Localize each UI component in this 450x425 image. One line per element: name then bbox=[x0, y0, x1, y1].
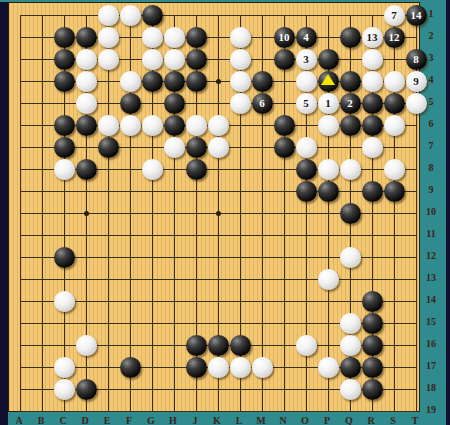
stone-white bbox=[164, 27, 185, 48]
column-label-N: N bbox=[273, 416, 293, 425]
right-frame-edge bbox=[446, 0, 450, 425]
column-label-S: S bbox=[383, 416, 403, 425]
stone-white bbox=[296, 71, 317, 92]
stone-black bbox=[362, 313, 383, 334]
stone-black bbox=[274, 137, 295, 158]
stone-black bbox=[142, 71, 163, 92]
triangle-marker bbox=[321, 74, 335, 85]
stone-black bbox=[296, 159, 317, 180]
stone-white bbox=[186, 115, 207, 136]
stone-white bbox=[362, 49, 383, 70]
stone-black bbox=[54, 247, 75, 268]
stone-white bbox=[98, 49, 119, 70]
stone-white bbox=[318, 159, 339, 180]
star-point bbox=[216, 211, 221, 216]
stone-white bbox=[406, 93, 427, 114]
stone-black bbox=[54, 115, 75, 136]
stone-white bbox=[76, 71, 97, 92]
stone-black bbox=[54, 27, 75, 48]
stone-black-move-4: 4 bbox=[296, 27, 317, 48]
stone-black bbox=[340, 115, 361, 136]
stone-white bbox=[54, 291, 75, 312]
stone-black bbox=[164, 71, 185, 92]
column-label-C: C bbox=[53, 416, 73, 425]
stone-black bbox=[230, 335, 251, 356]
stone-white bbox=[318, 269, 339, 290]
stone-white bbox=[120, 5, 141, 26]
stone-white bbox=[54, 357, 75, 378]
stone-white-move-3: 3 bbox=[296, 49, 317, 70]
stone-black bbox=[274, 49, 295, 70]
stone-white bbox=[340, 379, 361, 400]
stone-black-move-10: 10 bbox=[274, 27, 295, 48]
stone-white bbox=[54, 159, 75, 180]
stone-black bbox=[384, 93, 405, 114]
stone-black bbox=[362, 379, 383, 400]
stone-white bbox=[384, 159, 405, 180]
stone-black bbox=[318, 49, 339, 70]
star-point bbox=[216, 79, 221, 84]
stone-black bbox=[340, 203, 361, 224]
stone-black bbox=[384, 181, 405, 202]
stone-white-move-5: 5 bbox=[296, 93, 317, 114]
stone-black bbox=[340, 357, 361, 378]
stone-black bbox=[340, 27, 361, 48]
stone-white bbox=[164, 137, 185, 158]
stone-white bbox=[340, 313, 361, 334]
stone-white bbox=[164, 49, 185, 70]
stone-white bbox=[252, 357, 273, 378]
go-board-screenshot: 71410413123896512 1234567891011121314151… bbox=[0, 0, 450, 425]
stone-white bbox=[362, 71, 383, 92]
stone-black-move-8: 8 bbox=[406, 49, 427, 70]
stone-black bbox=[186, 357, 207, 378]
stone-black-move-6: 6 bbox=[252, 93, 273, 114]
grid-line-horizontal bbox=[20, 279, 417, 280]
column-label-K: K bbox=[207, 416, 227, 425]
stone-black bbox=[98, 137, 119, 158]
stone-black bbox=[252, 71, 273, 92]
stone-black bbox=[142, 5, 163, 26]
column-label-A: A bbox=[9, 416, 29, 425]
stone-black bbox=[296, 181, 317, 202]
stone-black bbox=[186, 49, 207, 70]
stone-white-move-13: 13 bbox=[362, 27, 383, 48]
stone-black bbox=[120, 93, 141, 114]
stone-black bbox=[54, 71, 75, 92]
stone-black bbox=[76, 115, 97, 136]
stone-white bbox=[340, 159, 361, 180]
row-label-15: 15 bbox=[421, 317, 441, 327]
stone-white bbox=[120, 115, 141, 136]
stone-white bbox=[142, 115, 163, 136]
stone-white bbox=[340, 247, 361, 268]
stone-white bbox=[208, 115, 229, 136]
row-label-13: 13 bbox=[421, 273, 441, 283]
column-label-B: B bbox=[31, 416, 51, 425]
row-label-16: 16 bbox=[421, 339, 441, 349]
stone-black bbox=[340, 71, 361, 92]
stone-black bbox=[186, 71, 207, 92]
stone-white bbox=[208, 357, 229, 378]
stone-white bbox=[120, 71, 141, 92]
column-label-J: J bbox=[185, 416, 205, 425]
grid-line-horizontal bbox=[20, 411, 417, 412]
stone-white bbox=[208, 137, 229, 158]
stone-white bbox=[296, 137, 317, 158]
column-label-Q: Q bbox=[339, 416, 359, 425]
stone-black bbox=[208, 335, 229, 356]
stone-black bbox=[362, 357, 383, 378]
stone-white bbox=[230, 27, 251, 48]
go-board[interactable]: 71410413123896512 bbox=[8, 2, 420, 412]
stone-black bbox=[274, 115, 295, 136]
stone-white bbox=[230, 93, 251, 114]
stone-white bbox=[98, 27, 119, 48]
row-label-12: 12 bbox=[421, 251, 441, 261]
stone-white bbox=[54, 379, 75, 400]
stone-white bbox=[340, 335, 361, 356]
column-label-L: L bbox=[229, 416, 249, 425]
row-label-18: 18 bbox=[421, 383, 441, 393]
grid-line-horizontal bbox=[20, 301, 417, 302]
row-label-10: 10 bbox=[421, 207, 441, 217]
stone-black-move-12: 12 bbox=[384, 27, 405, 48]
stone-white bbox=[318, 357, 339, 378]
stone-black bbox=[186, 27, 207, 48]
stone-white bbox=[384, 71, 405, 92]
stone-white bbox=[76, 335, 97, 356]
stone-black bbox=[54, 49, 75, 70]
row-label-8: 8 bbox=[421, 163, 441, 173]
stone-white bbox=[98, 5, 119, 26]
stone-black-move-14: 14 bbox=[406, 5, 427, 26]
row-label-19: 19 bbox=[421, 405, 441, 415]
stone-black bbox=[120, 357, 141, 378]
stone-white bbox=[142, 49, 163, 70]
stone-white bbox=[142, 159, 163, 180]
stone-black bbox=[54, 137, 75, 158]
stone-white bbox=[142, 27, 163, 48]
stone-white bbox=[230, 49, 251, 70]
stone-white bbox=[230, 357, 251, 378]
stone-white bbox=[362, 137, 383, 158]
column-label-D: D bbox=[75, 416, 95, 425]
stone-white bbox=[384, 115, 405, 136]
grid-line-vertical bbox=[284, 15, 285, 412]
row-label-2: 2 bbox=[421, 31, 441, 41]
stone-white bbox=[76, 93, 97, 114]
row-label-17: 17 bbox=[421, 361, 441, 371]
stone-white-move-9: 9 bbox=[406, 71, 427, 92]
stone-black bbox=[164, 115, 185, 136]
stone-black bbox=[76, 159, 97, 180]
star-point bbox=[84, 211, 89, 216]
column-label-H: H bbox=[163, 416, 183, 425]
stone-black bbox=[362, 335, 383, 356]
column-label-E: E bbox=[97, 416, 117, 425]
stone-black bbox=[362, 93, 383, 114]
stone-black bbox=[362, 115, 383, 136]
stone-black bbox=[186, 137, 207, 158]
stone-black bbox=[76, 379, 97, 400]
column-label-O: O bbox=[295, 416, 315, 425]
column-label-F: F bbox=[119, 416, 139, 425]
stone-black bbox=[164, 93, 185, 114]
column-label-R: R bbox=[361, 416, 381, 425]
column-label-T: T bbox=[405, 416, 425, 425]
column-label-P: P bbox=[317, 416, 337, 425]
stone-black-move-2: 2 bbox=[340, 93, 361, 114]
stone-black bbox=[186, 335, 207, 356]
row-label-7: 7 bbox=[421, 141, 441, 151]
stone-white-move-1: 1 bbox=[318, 93, 339, 114]
stone-black bbox=[362, 291, 383, 312]
row-label-11: 11 bbox=[421, 229, 441, 239]
stone-black bbox=[318, 181, 339, 202]
column-label-G: G bbox=[141, 416, 161, 425]
stone-white-move-7: 7 bbox=[384, 5, 405, 26]
stone-white bbox=[296, 335, 317, 356]
stone-white bbox=[98, 115, 119, 136]
stone-black bbox=[186, 159, 207, 180]
column-label-M: M bbox=[251, 416, 271, 425]
stone-black bbox=[362, 181, 383, 202]
stone-black bbox=[76, 27, 97, 48]
stone-white bbox=[76, 49, 97, 70]
row-label-9: 9 bbox=[421, 185, 441, 195]
grid-line-horizontal bbox=[20, 235, 417, 236]
row-label-14: 14 bbox=[421, 295, 441, 305]
stone-white bbox=[230, 71, 251, 92]
stone-white bbox=[318, 115, 339, 136]
row-label-6: 6 bbox=[421, 119, 441, 129]
